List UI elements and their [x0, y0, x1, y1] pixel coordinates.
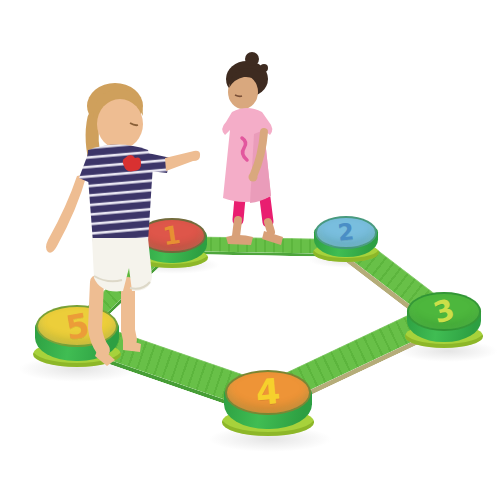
- stone-number-2: 2: [337, 220, 355, 245]
- stone-number-3: 3: [430, 295, 457, 328]
- stone-top-4: 4: [225, 370, 312, 415]
- hair-pigtail: [260, 64, 268, 72]
- child-right: [198, 48, 308, 253]
- stone-number-4: 4: [254, 374, 281, 411]
- stone-top-2: 2: [315, 216, 377, 249]
- child-left: [35, 78, 205, 378]
- face: [97, 99, 143, 149]
- stepping-stone-4: 4: [222, 370, 314, 436]
- leg-back: [236, 220, 238, 236]
- stepping-stone-2: 2: [313, 216, 379, 262]
- arm-left: [46, 174, 87, 253]
- shorts: [92, 238, 152, 291]
- leg-front: [268, 222, 271, 232]
- hand: [249, 173, 258, 182]
- leg-left: [95, 282, 103, 350]
- foot-back: [226, 235, 253, 245]
- leg-right: [128, 284, 130, 340]
- stepping-stone-3: 3: [405, 292, 483, 348]
- product-photo-stage: 1 2 3 4 5: [0, 0, 500, 500]
- stone-top-3: 3: [407, 292, 480, 331]
- hair-bun: [245, 52, 259, 66]
- arm-right: [165, 151, 200, 171]
